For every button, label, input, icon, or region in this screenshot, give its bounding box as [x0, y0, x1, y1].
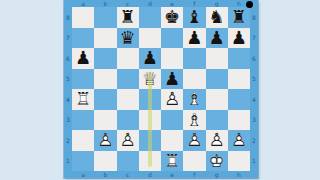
square-d7[interactable] [139, 28, 161, 49]
file-label-a: a [72, 171, 94, 178]
square-c2[interactable]: ♟♙ [117, 130, 139, 151]
square-d6[interactable]: ♟ [139, 48, 161, 69]
file-label-d: d [139, 171, 161, 178]
white-pawn-outline: ♙ [228, 130, 250, 151]
file-label-c: c [117, 171, 139, 178]
white-pawn-outline: ♙ [161, 89, 183, 110]
square-c3[interactable] [117, 110, 139, 131]
rank-labels-right: 87654321 [250, 7, 258, 171]
square-h6[interactable] [228, 48, 250, 69]
rank-label-1: 1 [250, 151, 258, 172]
square-g3[interactable] [206, 110, 228, 131]
white-king[interactable]: ♚♔ [206, 151, 228, 172]
square-a2[interactable] [72, 130, 94, 151]
white-pawn[interactable]: ♟♙ [183, 130, 205, 151]
white-bishop[interactable]: ♝♗ [183, 110, 205, 131]
square-h5[interactable] [228, 69, 250, 90]
square-c4[interactable] [117, 89, 139, 110]
rank-label-8: 8 [250, 7, 258, 28]
white-rook-outline: ♖ [161, 151, 183, 172]
white-bishop-outline: ♗ [183, 110, 205, 131]
black-queen[interactable]: ♛ [117, 28, 139, 49]
square-g7[interactable]: ♟ [206, 28, 228, 49]
square-e1[interactable]: ♜♖ [161, 151, 183, 172]
square-b7[interactable] [94, 28, 116, 49]
rank-label-3: 3 [250, 110, 258, 131]
square-h4[interactable] [228, 89, 250, 110]
black-knight[interactable]: ♞ [206, 7, 228, 28]
square-h1[interactable] [228, 151, 250, 172]
black-pawn[interactable]: ♟ [228, 28, 250, 49]
rank-label-2: 2 [64, 130, 72, 151]
square-b6[interactable] [94, 48, 116, 69]
square-h7[interactable]: ♟ [228, 28, 250, 49]
black-rook[interactable]: ♜ [117, 7, 139, 28]
square-d8[interactable] [139, 7, 161, 28]
black-pawn[interactable]: ♟ [206, 28, 228, 49]
rank-labels-left: 87654321 [64, 7, 72, 171]
square-g5[interactable] [206, 69, 228, 90]
rank-label-7: 7 [64, 28, 72, 49]
square-c1[interactable] [117, 151, 139, 172]
square-b1[interactable] [94, 151, 116, 172]
square-h8[interactable]: ♜ [228, 7, 250, 28]
black-rook[interactable]: ♜ [228, 7, 250, 28]
white-pawn[interactable]: ♟♙ [161, 89, 183, 110]
rank-label-3: 3 [64, 110, 72, 131]
white-pawn[interactable]: ♟♙ [94, 130, 116, 151]
file-label-b: b [94, 171, 116, 178]
white-pawn-outline: ♙ [94, 130, 116, 151]
white-pawn[interactable]: ♟♙ [206, 130, 228, 151]
square-e7[interactable] [161, 28, 183, 49]
file-label-h: h [228, 171, 250, 178]
rank-label-4: 4 [250, 89, 258, 110]
square-a1[interactable] [72, 151, 94, 172]
square-f3[interactable]: ♝♗ [183, 110, 205, 131]
square-c6[interactable] [117, 48, 139, 69]
black-to-move-indicator [246, 1, 253, 8]
chess-board: abcdefgh abcdefgh 87654321 87654321 ♜♚♝♞… [64, 0, 258, 178]
square-f5[interactable] [183, 69, 205, 90]
square-e4[interactable]: ♟♙ [161, 89, 183, 110]
rank-label-7: 7 [250, 28, 258, 49]
white-pawn-outline: ♙ [183, 130, 205, 151]
square-f4[interactable]: ♝♗ [183, 89, 205, 110]
square-e2[interactable] [161, 130, 183, 151]
rank-label-6: 6 [64, 48, 72, 69]
white-rook[interactable]: ♜♖ [72, 89, 94, 110]
square-b8[interactable] [94, 7, 116, 28]
square-g6[interactable] [206, 48, 228, 69]
square-f8[interactable]: ♝ [183, 7, 205, 28]
square-f1[interactable] [183, 151, 205, 172]
square-c8[interactable]: ♜ [117, 7, 139, 28]
square-g1[interactable]: ♚♔ [206, 151, 228, 172]
square-e3[interactable] [161, 110, 183, 131]
file-label-d: d [139, 0, 161, 7]
black-pawn[interactable]: ♟ [161, 69, 183, 90]
rank-label-6: 6 [250, 48, 258, 69]
black-pawn[interactable]: ♟ [72, 48, 94, 69]
square-e6[interactable] [161, 48, 183, 69]
square-a5[interactable] [72, 69, 94, 90]
square-b4[interactable] [94, 89, 116, 110]
square-a7[interactable] [72, 28, 94, 49]
square-a8[interactable] [72, 7, 94, 28]
file-label-b: b [94, 0, 116, 7]
square-b5[interactable] [94, 69, 116, 90]
file-label-a: a [72, 0, 94, 7]
square-b3[interactable] [94, 110, 116, 131]
rank-label-2: 2 [250, 130, 258, 151]
last-move-arrow [148, 73, 152, 167]
square-e8[interactable]: ♚ [161, 7, 183, 28]
square-g8[interactable]: ♞ [206, 7, 228, 28]
square-c7[interactable]: ♛ [117, 28, 139, 49]
white-pawn-outline: ♙ [117, 130, 139, 151]
white-bishop-outline: ♗ [183, 89, 205, 110]
file-label-e: e [161, 171, 183, 178]
square-a3[interactable] [72, 110, 94, 131]
file-label-g: g [206, 171, 228, 178]
square-g4[interactable] [206, 89, 228, 110]
file-label-f: f [183, 171, 205, 178]
square-f2[interactable]: ♟♙ [183, 130, 205, 151]
board-squares: ♜♚♝♞♜♛♟♟♟♟♟♛♕♟♜♖♟♙♝♗♝♗♟♙♟♙♟♙♟♙♟♙♜♖♚♔ [72, 7, 250, 171]
rank-label-5: 5 [64, 69, 72, 90]
square-a6[interactable]: ♟ [72, 48, 94, 69]
white-pawn[interactable]: ♟♙ [117, 130, 139, 151]
rank-label-1: 1 [64, 151, 72, 172]
rank-label-8: 8 [64, 7, 72, 28]
white-rook-outline: ♖ [72, 89, 94, 110]
white-king-outline: ♔ [206, 151, 228, 172]
square-h2[interactable]: ♟♙ [228, 130, 250, 151]
black-pawn[interactable]: ♟ [139, 48, 161, 69]
square-a4[interactable]: ♜♖ [72, 89, 94, 110]
black-pawn[interactable]: ♟ [183, 28, 205, 49]
white-pawn-outline: ♙ [206, 130, 228, 151]
square-f6[interactable] [183, 48, 205, 69]
white-rook[interactable]: ♜♖ [161, 151, 183, 172]
square-f7[interactable]: ♟ [183, 28, 205, 49]
file-labels-bottom: abcdefgh [72, 171, 250, 178]
rank-label-4: 4 [64, 89, 72, 110]
rank-label-5: 5 [250, 69, 258, 90]
black-bishop[interactable]: ♝ [183, 7, 205, 28]
thumbnail-stage: abcdefgh abcdefgh 87654321 87654321 ♜♚♝♞… [0, 0, 320, 180]
square-e5[interactable]: ♟ [161, 69, 183, 90]
square-b2[interactable]: ♟♙ [94, 130, 116, 151]
square-g2[interactable]: ♟♙ [206, 130, 228, 151]
white-bishop[interactable]: ♝♗ [183, 89, 205, 110]
black-king[interactable]: ♚ [161, 7, 183, 28]
white-pawn[interactable]: ♟♙ [228, 130, 250, 151]
square-c5[interactable] [117, 69, 139, 90]
square-h3[interactable] [228, 110, 250, 131]
